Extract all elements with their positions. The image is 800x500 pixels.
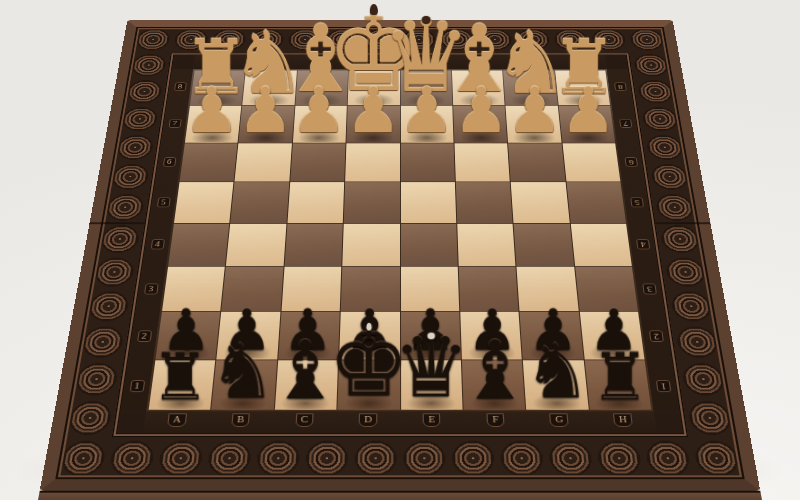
square-e7[interactable]: ♟ bbox=[400, 106, 453, 143]
square-c7[interactable]: ♟ bbox=[293, 106, 347, 143]
file-label-a: A bbox=[167, 413, 187, 427]
square-h7[interactable]: ♟ bbox=[558, 106, 615, 143]
file-label-g: G bbox=[549, 413, 569, 427]
rank-label-left-7: 7 bbox=[168, 119, 181, 128]
file-label-b: B bbox=[231, 413, 250, 427]
square-c4[interactable] bbox=[284, 223, 343, 265]
square-e6[interactable] bbox=[400, 143, 454, 181]
square-d7[interactable]: ♟ bbox=[347, 106, 400, 143]
square-d1[interactable]: ♚ bbox=[338, 360, 400, 410]
file-label-h: H bbox=[613, 413, 633, 427]
square-f5[interactable] bbox=[456, 182, 513, 222]
rank-label-right-2: 2 bbox=[648, 330, 663, 342]
file-label-top-g: G bbox=[521, 59, 537, 68]
piece-white-pawn[interactable]: ♟ bbox=[507, 82, 563, 142]
square-g6[interactable] bbox=[508, 143, 565, 181]
file-label-top-a: A bbox=[212, 59, 228, 68]
square-f4[interactable] bbox=[457, 223, 516, 265]
square-a7[interactable]: ♟ bbox=[185, 106, 242, 143]
square-e5[interactable] bbox=[400, 182, 456, 222]
square-f7[interactable]: ♟ bbox=[453, 106, 507, 143]
rank-label-right-5: 5 bbox=[630, 197, 644, 207]
square-a4[interactable] bbox=[168, 223, 229, 265]
square-e1[interactable]: ♛ bbox=[401, 360, 463, 410]
rank-label-right-4: 4 bbox=[636, 239, 650, 249]
square-e4[interactable] bbox=[400, 223, 457, 265]
piece-white-pawn[interactable]: ♟ bbox=[561, 82, 617, 142]
square-d4[interactable] bbox=[342, 223, 399, 265]
square-h5[interactable] bbox=[566, 182, 626, 222]
square-g5[interactable] bbox=[511, 182, 569, 222]
rank-label-left-6: 6 bbox=[162, 157, 175, 166]
rank-label-left-5: 5 bbox=[156, 197, 170, 207]
rank-label-left-3: 3 bbox=[144, 284, 159, 295]
square-f6[interactable] bbox=[454, 143, 510, 181]
file-label-e: E bbox=[423, 413, 441, 427]
piece-white-pawn[interactable]: ♟ bbox=[453, 82, 508, 142]
rank-label-left-1: 1 bbox=[129, 380, 145, 392]
board-squares: ♜♞♝♚♛♝♞♜♟♟♟♟♟♟♟♟♟♟♟♟♟♟♟♟♜♞♝♚♛♝♞♜ bbox=[146, 69, 654, 411]
board-front-edge bbox=[35, 491, 766, 500]
file-labels-bottom: ABCDEFGH bbox=[143, 412, 656, 434]
piece-black-bishop[interactable]: ♝ bbox=[459, 331, 531, 408]
file-label-top-b: B bbox=[263, 59, 278, 68]
piece-white-pawn[interactable]: ♟ bbox=[345, 82, 400, 142]
file-label-top-d: D bbox=[367, 59, 382, 68]
square-b5[interactable] bbox=[231, 182, 289, 222]
rank-label-left-2: 2 bbox=[137, 330, 152, 342]
piece-black-rook[interactable]: ♜ bbox=[591, 346, 649, 408]
square-g7[interactable]: ♟ bbox=[506, 106, 561, 143]
file-label-top-h: H bbox=[572, 59, 588, 68]
square-c5[interactable] bbox=[287, 182, 344, 222]
rank-label-right-8: 8 bbox=[614, 83, 627, 92]
file-label-c: C bbox=[295, 413, 314, 427]
chess-board: ABCDEFGH 87654321 ♜♞♝♚♛♝♞♜♟♟♟♟♟♟♟♟♟♟♟♟♟♟… bbox=[40, 20, 761, 490]
piece-black-knight[interactable]: ♞ bbox=[209, 336, 276, 408]
frame-corner-bottom-left bbox=[117, 412, 146, 434]
file-label-top-f: F bbox=[470, 59, 484, 68]
rank-label-right-7: 7 bbox=[619, 119, 632, 128]
piece-black-rook[interactable]: ♜ bbox=[151, 346, 209, 408]
square-d5[interactable] bbox=[344, 182, 400, 222]
file-label-d: D bbox=[359, 413, 378, 427]
square-g1[interactable]: ♞ bbox=[523, 360, 588, 410]
photo-scene: ABCDEFGH 87654321 ♜♞♝♚♛♝♞♜♟♟♟♟♟♟♟♟♟♟♟♟♟♟… bbox=[0, 0, 800, 500]
square-h4[interactable] bbox=[570, 223, 631, 265]
piece-white-pawn[interactable]: ♟ bbox=[238, 82, 294, 142]
rank-label-right-3: 3 bbox=[642, 284, 657, 295]
square-c1[interactable]: ♝ bbox=[275, 360, 339, 410]
board-inner: ABCDEFGH 87654321 ♜♞♝♚♛♝♞♜♟♟♟♟♟♟♟♟♟♟♟♟♟♟… bbox=[116, 55, 684, 435]
square-a1[interactable]: ♜ bbox=[149, 360, 216, 410]
square-a6[interactable] bbox=[180, 143, 238, 181]
rank-label-right-6: 6 bbox=[624, 157, 637, 166]
square-f1[interactable]: ♝ bbox=[462, 360, 526, 410]
square-c6[interactable] bbox=[290, 143, 346, 181]
piece-white-pawn[interactable]: ♟ bbox=[399, 82, 454, 142]
rank-label-right-1: 1 bbox=[655, 380, 671, 392]
square-a5[interactable] bbox=[174, 182, 234, 222]
piece-black-bishop[interactable]: ♝ bbox=[270, 331, 342, 408]
piece-white-pawn[interactable]: ♟ bbox=[291, 82, 346, 142]
piece-black-knight[interactable]: ♞ bbox=[524, 336, 591, 408]
piece-white-pawn[interactable]: ♟ bbox=[184, 82, 240, 142]
square-b6[interactable] bbox=[235, 143, 292, 181]
square-h1[interactable]: ♜ bbox=[584, 360, 651, 410]
square-b4[interactable] bbox=[226, 223, 286, 265]
file-label-top-c: C bbox=[315, 59, 330, 68]
file-label-f: F bbox=[487, 413, 505, 427]
rank-label-left-4: 4 bbox=[150, 239, 164, 249]
square-d6[interactable] bbox=[345, 143, 399, 181]
square-b7[interactable]: ♟ bbox=[239, 106, 294, 143]
square-g4[interactable] bbox=[514, 223, 574, 265]
file-label-top-e: E bbox=[419, 59, 433, 68]
square-b1[interactable]: ♞ bbox=[212, 360, 277, 410]
frame-corner-bottom-right bbox=[654, 412, 683, 434]
square-h6[interactable] bbox=[562, 143, 620, 181]
